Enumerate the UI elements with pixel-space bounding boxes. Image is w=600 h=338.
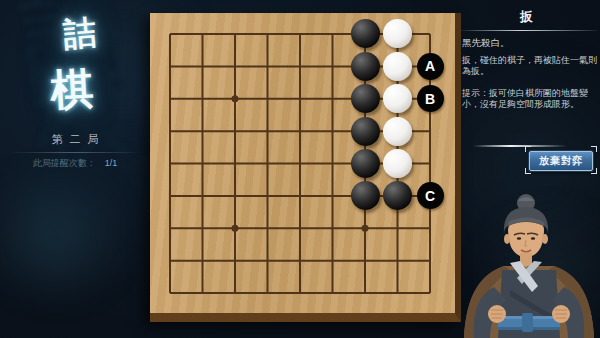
point-b5[interactable] [186,147,219,179]
point-j7[interactable]: B [414,83,447,115]
point-a3[interactable] [154,212,187,244]
point-g4[interactable] [349,180,382,212]
point-j4[interactable]: C [414,180,447,212]
point-f3[interactable] [316,212,349,244]
button-corner-decoration [591,168,597,174]
point-h6[interactable] [381,115,414,147]
divider [8,152,142,153]
lesson-text: 扳，碰住的棋子，再被貼住一氣則為扳。 提示：扳可使白棋所圍的地盤變小，沒有足夠空… [462,55,597,121]
point-c8[interactable] [219,50,252,82]
point-c6[interactable] [219,115,252,147]
point-a9[interactable] [154,18,187,50]
point-e3[interactable] [284,212,317,244]
game-screen: 詰 棋 詰 棋 第二局 此局提醒次數：1/1 [0,0,600,338]
point-b3[interactable] [186,212,219,244]
point-g7[interactable] [349,83,382,115]
point-f9[interactable] [316,18,349,50]
lesson-description: 扳，碰住的棋子，再被貼住一氣則為扳。 [462,55,597,77]
point-g3[interactable] [349,212,382,244]
white-stone [383,117,412,146]
black-stone [383,181,412,210]
puzzle-objective: 黑先殺白。 [462,37,596,50]
white-stone [383,149,412,178]
point-a7[interactable] [154,83,187,115]
choice-marker-B[interactable]: B [417,85,444,112]
black-stone [351,149,380,178]
point-c7[interactable] [219,83,252,115]
point-c2[interactable] [219,245,252,277]
point-f5[interactable] [316,147,349,179]
point-f7[interactable] [316,83,349,115]
point-j1[interactable] [414,277,447,309]
point-g8[interactable] [349,50,382,82]
point-j5[interactable] [414,147,447,179]
point-f8[interactable] [316,50,349,82]
point-a8[interactable] [154,50,187,82]
point-j3[interactable] [414,212,447,244]
point-j8[interactable]: A [414,50,447,82]
black-stone [351,117,380,146]
point-f4[interactable] [316,180,349,212]
point-d2[interactable] [251,245,284,277]
point-h8[interactable] [381,50,414,82]
point-c3[interactable] [219,212,252,244]
point-j9[interactable] [414,18,447,50]
point-g5[interactable] [349,147,382,179]
point-h2[interactable] [381,245,414,277]
give-up-button-frame: 放棄對弈 [529,150,593,170]
go-board: ABC [150,13,461,322]
point-b4[interactable] [186,180,219,212]
point-e8[interactable] [284,50,317,82]
point-d7[interactable] [251,83,284,115]
point-d4[interactable] [251,180,284,212]
point-g9[interactable] [349,18,382,50]
point-d5[interactable] [251,147,284,179]
point-a4[interactable] [154,180,187,212]
point-h4[interactable] [381,180,414,212]
point-g1[interactable] [349,277,382,309]
point-b1[interactable] [186,277,219,309]
point-e7[interactable] [284,83,317,115]
divider [460,30,597,31]
point-d6[interactable] [251,115,284,147]
button-corner-decoration [591,146,597,152]
point-c9[interactable] [219,18,252,50]
white-stone [383,52,412,81]
point-e2[interactable] [284,245,317,277]
point-e4[interactable] [284,180,317,212]
point-f6[interactable] [316,115,349,147]
point-b7[interactable] [186,83,219,115]
point-h5[interactable] [381,147,414,179]
hint-counter-label: 此局提醒次數： [33,158,96,168]
lesson-title: 扳 [455,8,600,26]
board-points: ABC [154,18,447,310]
point-f2[interactable] [316,245,349,277]
point-b6[interactable] [186,115,219,147]
white-stone [383,84,412,113]
point-a5[interactable] [154,147,187,179]
point-b8[interactable] [186,50,219,82]
choice-marker-C[interactable]: C [417,182,444,209]
tutor-character-portrait [458,192,600,338]
lesson-tip: 提示：扳可使白棋所圍的地盤變小，沒有足夠空間形成眼形。 [462,88,597,110]
point-h3[interactable] [381,212,414,244]
black-stone [351,19,380,48]
give-up-button[interactable]: 放棄對弈 [529,151,593,171]
point-e1[interactable] [284,277,317,309]
point-a1[interactable] [154,277,187,309]
puzzle-title-calligraphy: 詰 棋 [0,12,150,119]
point-c4[interactable] [219,180,252,212]
point-e6[interactable] [284,115,317,147]
point-h9[interactable] [381,18,414,50]
black-stone [351,52,380,81]
point-j6[interactable] [414,115,447,147]
button-corner-decoration [525,168,531,174]
point-g6[interactable] [349,115,382,147]
point-b2[interactable] [186,245,219,277]
point-a2[interactable] [154,245,187,277]
point-g2[interactable] [349,245,382,277]
divider [473,145,567,147]
button-corner-decoration [525,146,531,152]
point-d1[interactable] [251,277,284,309]
point-d9[interactable] [251,18,284,50]
black-stone [351,84,380,113]
white-stone [383,19,412,48]
round-label: 第二局 [0,132,150,147]
hint-counter-value: 1/1 [105,158,118,168]
point-e5[interactable] [284,147,317,179]
point-c1[interactable] [219,277,252,309]
hint-counter: 此局提醒次數：1/1 [0,157,150,170]
point-f1[interactable] [316,277,349,309]
point-a6[interactable] [154,115,187,147]
point-j2[interactable] [414,245,447,277]
point-h1[interactable] [381,277,414,309]
choice-marker-A[interactable]: A [417,53,444,80]
point-c5[interactable] [219,147,252,179]
point-h7[interactable] [381,83,414,115]
left-panel: 詰 棋 詰 棋 第二局 此局提醒次數：1/1 [0,0,150,338]
point-b9[interactable] [186,18,219,50]
point-e9[interactable] [284,18,317,50]
black-stone [351,181,380,210]
point-d8[interactable] [251,50,284,82]
point-d3[interactable] [251,212,284,244]
